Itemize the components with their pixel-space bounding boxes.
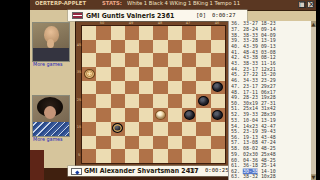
piece-black-man[interactable]	[198, 96, 209, 106]
board-square[interactable]	[211, 81, 225, 95]
stats-label: STATS:	[102, 1, 122, 6]
board-square[interactable]	[125, 94, 139, 108]
board-square[interactable]	[125, 108, 139, 122]
players-panel: More games More games	[30, 10, 75, 168]
white-move[interactable]: 38-32	[243, 174, 258, 180]
board-square[interactable]	[96, 136, 110, 150]
board-square[interactable]	[125, 149, 139, 163]
board-square[interactable]	[125, 26, 139, 40]
board-square[interactable]	[182, 81, 196, 95]
board-square[interactable]	[182, 94, 196, 108]
board-square[interactable]	[111, 81, 125, 95]
board-square[interactable]	[82, 136, 96, 150]
board-square[interactable]	[196, 40, 210, 54]
board-square[interactable]	[196, 149, 210, 163]
board-square[interactable]	[168, 149, 182, 163]
board-square[interactable]	[96, 26, 110, 40]
star-of-david-icon	[75, 170, 79, 174]
board-square[interactable]	[125, 136, 139, 150]
board-square[interactable]	[211, 26, 225, 40]
board-square[interactable]	[111, 149, 125, 163]
board-square[interactable]	[139, 81, 153, 95]
latvia-flag-icon	[72, 12, 83, 19]
board-coordinate-label: 48	[157, 22, 162, 26]
board-square[interactable]	[125, 67, 139, 81]
board-square[interactable]	[111, 94, 125, 108]
board-square[interactable]	[82, 40, 96, 54]
photo-shirt	[33, 48, 69, 61]
board-coordinate-label: 35	[76, 71, 81, 75]
board-square[interactable]	[139, 26, 153, 40]
board-square[interactable]	[125, 81, 139, 95]
board-square[interactable]	[96, 122, 110, 136]
board-square[interactable]	[82, 122, 96, 136]
screen: { "game": "international draughts 10x10"…	[0, 0, 320, 180]
top-player-bar: GMI Guntis Valneris 2361 [0] 0:00:27	[68, 10, 247, 21]
move-list-lines: 36. 33-27 18-2337. 28-24 09-1438. 38-33 …	[231, 21, 312, 180]
board-coordinate-label: 50	[100, 22, 105, 26]
top-player-score: [0]	[196, 13, 206, 19]
board-square[interactable]	[211, 149, 225, 163]
board-square[interactable]	[82, 26, 96, 40]
board-square[interactable]	[211, 53, 225, 67]
board-square[interactable]	[153, 122, 167, 136]
move-list-row[interactable]: 63. 38-32 10x28	[231, 174, 312, 180]
corner-decoration	[30, 150, 44, 180]
board-square[interactable]	[96, 67, 110, 81]
board-square[interactable]	[211, 136, 225, 150]
board-square[interactable]	[168, 26, 182, 40]
board-square[interactable]	[182, 53, 196, 67]
bottom-player-bar: GMI Alexander Shvartsman 2417 [0] 0:00:2…	[68, 166, 247, 176]
board-square[interactable]	[211, 122, 225, 136]
scroll-down-icon[interactable]: ▼	[311, 174, 316, 180]
piece-black-man[interactable]	[212, 82, 223, 92]
bottom-player-clock: 0:00:25	[205, 168, 229, 174]
app-title: OERTERP-APPLET	[35, 1, 86, 6]
stats-values: White 1 Black 4 WKing 1 BKing 1 Tempo 11	[127, 1, 240, 6]
board-square[interactable]	[96, 53, 110, 67]
top-player-photo	[32, 22, 70, 62]
top-player-more-games-link[interactable]: More games	[33, 62, 63, 67]
board-square[interactable]	[168, 67, 182, 81]
board-square[interactable]	[82, 149, 96, 163]
board-square[interactable]	[96, 149, 110, 163]
piece-black-man[interactable]	[212, 110, 223, 120]
board-coordinate-label: 46	[214, 22, 219, 26]
move-number: 63.	[231, 174, 243, 180]
board-square[interactable]	[168, 53, 182, 67]
piece-white-man[interactable]	[155, 110, 166, 120]
restore-window-button[interactable]: □	[298, 1, 305, 8]
board-square[interactable]	[96, 108, 110, 122]
board-square[interactable]	[111, 136, 125, 150]
board-square[interactable]	[196, 26, 210, 40]
board-square[interactable]	[168, 108, 182, 122]
board-square[interactable]	[139, 67, 153, 81]
israel-flag-icon	[71, 168, 82, 175]
board-square[interactable]	[196, 136, 210, 150]
bottom-player-name: GMI Alexander Shvartsman 2417	[84, 168, 199, 174]
board-square[interactable]	[96, 81, 110, 95]
piece-black-man[interactable]	[184, 110, 195, 120]
board-square[interactable]	[153, 81, 167, 95]
board-square[interactable]	[168, 40, 182, 54]
board-square[interactable]	[153, 108, 167, 122]
board-square[interactable]	[125, 40, 139, 54]
board-coordinate-label: 47	[186, 22, 191, 26]
board-square[interactable]	[196, 81, 210, 95]
board-coordinate-label: 49	[129, 22, 134, 26]
board-square[interactable]	[153, 136, 167, 150]
board-square[interactable]	[82, 67, 96, 81]
board-square[interactable]	[139, 40, 153, 54]
board-square[interactable]	[182, 122, 196, 136]
board-square[interactable]	[182, 136, 196, 150]
board-square[interactable]	[182, 26, 196, 40]
board-square[interactable]	[211, 40, 225, 54]
move-list-scrollbar[interactable]: ▲ ▼	[311, 21, 316, 180]
top-player-clock: 0:00:27	[212, 13, 236, 19]
board-square[interactable]	[153, 26, 167, 40]
move-list[interactable]: 36. 33-27 18-2337. 28-24 09-1438. 38-33 …	[228, 21, 312, 180]
board-square[interactable]	[111, 26, 125, 40]
applet-window: OERTERP-APPLET STATS: White 1 Black 4 WK…	[30, 0, 316, 180]
board-square[interactable]	[139, 94, 153, 108]
board-square[interactable]	[196, 94, 210, 108]
board-square[interactable]	[168, 122, 182, 136]
board-square[interactable]	[125, 122, 139, 136]
board-square[interactable]	[182, 40, 196, 54]
board-coordinate-label: 15	[76, 126, 81, 130]
photo-face	[44, 106, 56, 119]
board-coordinate-label: 25	[76, 99, 81, 103]
board-square[interactable]	[182, 67, 196, 81]
board-square[interactable]	[82, 53, 96, 67]
top-player-name: GMI Guntis Valneris 2361	[86, 13, 174, 19]
board-square[interactable]	[196, 53, 210, 67]
bottom-player-more-games-link[interactable]: More games	[33, 137, 63, 142]
scroll-up-icon[interactable]: ▲	[311, 21, 316, 27]
board-square[interactable]	[211, 67, 225, 81]
board-square[interactable]	[211, 108, 225, 122]
board-square[interactable]	[111, 53, 125, 67]
board-square[interactable]	[111, 67, 125, 81]
board-square[interactable]	[139, 108, 153, 122]
close-window-button[interactable]: ×	[307, 1, 314, 8]
bottom-player-photo	[32, 95, 70, 137]
board-square[interactable]	[196, 108, 210, 122]
board-square[interactable]	[82, 94, 96, 108]
board-square[interactable]	[82, 108, 96, 122]
board-coordinate-label: 45	[76, 44, 81, 48]
board-square[interactable]	[82, 81, 96, 95]
board-square[interactable]	[96, 94, 110, 108]
board-square[interactable]	[125, 53, 139, 67]
board-square[interactable]	[111, 108, 125, 122]
board-square[interactable]	[139, 53, 153, 67]
board-square[interactable]	[211, 94, 225, 108]
board-square[interactable]	[96, 40, 110, 54]
board-square[interactable]	[139, 136, 153, 150]
piece-black-king[interactable]	[112, 123, 123, 133]
piece-white-king[interactable]	[84, 69, 95, 79]
board-frame: 5049484746453525155	[75, 21, 229, 168]
board-square[interactable]	[196, 67, 210, 81]
board-square[interactable]	[111, 122, 125, 136]
board-square[interactable]	[168, 81, 182, 95]
board-square[interactable]	[153, 53, 167, 67]
board-square[interactable]	[111, 40, 125, 54]
board-square[interactable]	[182, 149, 196, 163]
board-square[interactable]	[153, 67, 167, 81]
board-square[interactable]	[153, 40, 167, 54]
photo-hand	[47, 39, 54, 48]
black-move[interactable]: 10x28	[261, 174, 276, 180]
board-square[interactable]	[153, 94, 167, 108]
board-square[interactable]	[153, 149, 167, 163]
board-square[interactable]	[196, 122, 210, 136]
board-square[interactable]	[168, 136, 182, 150]
board-square[interactable]	[182, 108, 196, 122]
board-square[interactable]	[168, 94, 182, 108]
board-coordinate-label: 5	[76, 153, 81, 157]
photo-shirt	[33, 122, 69, 136]
draughts-board[interactable]	[81, 25, 226, 164]
board-square[interactable]	[139, 122, 153, 136]
bottom-player-score: [0]	[188, 168, 198, 174]
board-square[interactable]	[139, 149, 153, 163]
